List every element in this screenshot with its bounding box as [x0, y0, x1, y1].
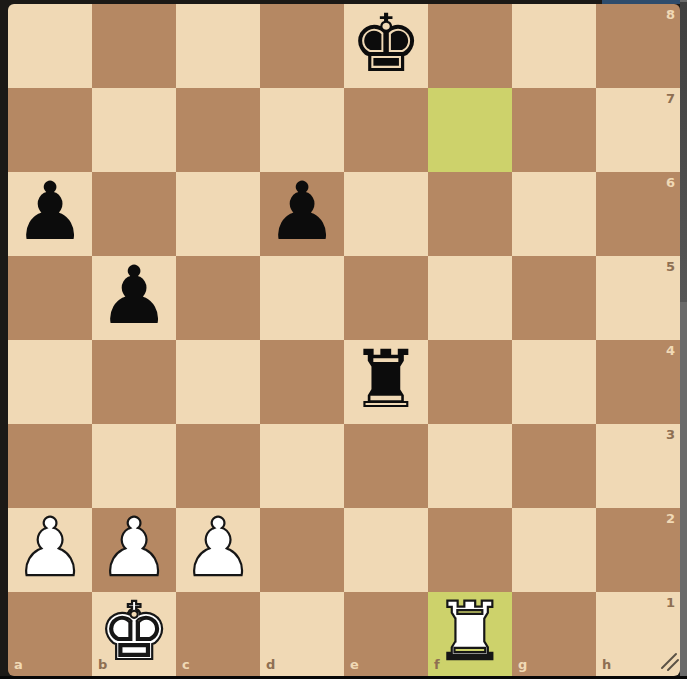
square-e6[interactable] — [344, 172, 428, 256]
square-a1[interactable] — [8, 592, 92, 676]
square-b4[interactable] — [92, 340, 176, 424]
square-h5[interactable] — [596, 256, 680, 340]
square-b2[interactable]: ♟ — [92, 508, 176, 592]
square-a8[interactable] — [8, 4, 92, 88]
square-e8[interactable]: ♚ — [344, 4, 428, 88]
chess-board: ♚♟♟♟♜♟♟♟♚♜87654321abcdefgh — [8, 4, 680, 676]
square-e2[interactable] — [344, 508, 428, 592]
square-e4[interactable]: ♜ — [344, 340, 428, 424]
square-d8[interactable] — [260, 4, 344, 88]
square-f1[interactable]: ♜ — [428, 592, 512, 676]
square-f2[interactable] — [428, 508, 512, 592]
square-d4[interactable] — [260, 340, 344, 424]
square-h8[interactable] — [596, 4, 680, 88]
square-h4[interactable] — [596, 340, 680, 424]
piece-white-rook[interactable]: ♜ — [434, 590, 506, 674]
square-c3[interactable] — [176, 424, 260, 508]
square-h2[interactable] — [596, 508, 680, 592]
square-h3[interactable] — [596, 424, 680, 508]
piece-white-pawn[interactable]: ♟ — [182, 506, 254, 590]
scrollbar-thumb[interactable] — [680, 2, 687, 302]
square-f7[interactable] — [428, 88, 512, 172]
square-g7[interactable] — [512, 88, 596, 172]
square-f4[interactable] — [428, 340, 512, 424]
square-f6[interactable] — [428, 172, 512, 256]
square-f3[interactable] — [428, 424, 512, 508]
page: ♚♟♟♟♜♟♟♟♚♜87654321abcdefgh — [0, 0, 687, 679]
square-f8[interactable] — [428, 4, 512, 88]
piece-black-pawn[interactable]: ♟ — [14, 170, 86, 254]
square-g5[interactable] — [512, 256, 596, 340]
square-b3[interactable] — [92, 424, 176, 508]
square-c6[interactable] — [176, 172, 260, 256]
piece-black-rook[interactable]: ♜ — [350, 338, 422, 422]
square-c7[interactable] — [176, 88, 260, 172]
square-g1[interactable] — [512, 592, 596, 676]
square-h7[interactable] — [596, 88, 680, 172]
square-b1[interactable]: ♚ — [92, 592, 176, 676]
piece-white-king[interactable]: ♚ — [98, 590, 170, 674]
square-a5[interactable] — [8, 256, 92, 340]
square-g8[interactable] — [512, 4, 596, 88]
square-a3[interactable] — [8, 424, 92, 508]
square-b7[interactable] — [92, 88, 176, 172]
square-d5[interactable] — [260, 256, 344, 340]
square-c5[interactable] — [176, 256, 260, 340]
square-a2[interactable]: ♟ — [8, 508, 92, 592]
square-e5[interactable] — [344, 256, 428, 340]
square-d1[interactable] — [260, 592, 344, 676]
square-d3[interactable] — [260, 424, 344, 508]
square-g2[interactable] — [512, 508, 596, 592]
square-f5[interactable] — [428, 256, 512, 340]
square-c4[interactable] — [176, 340, 260, 424]
square-b5[interactable]: ♟ — [92, 256, 176, 340]
square-c8[interactable] — [176, 4, 260, 88]
piece-white-pawn[interactable]: ♟ — [98, 506, 170, 590]
piece-black-pawn[interactable]: ♟ — [266, 170, 338, 254]
square-h6[interactable] — [596, 172, 680, 256]
piece-white-pawn[interactable]: ♟ — [14, 506, 86, 590]
board-resize-handle[interactable] — [658, 650, 682, 674]
square-d6[interactable]: ♟ — [260, 172, 344, 256]
square-b6[interactable] — [92, 172, 176, 256]
square-b8[interactable] — [92, 4, 176, 88]
piece-black-king[interactable]: ♚ — [350, 4, 422, 86]
square-a7[interactable] — [8, 88, 92, 172]
square-e7[interactable] — [344, 88, 428, 172]
piece-black-pawn[interactable]: ♟ — [98, 254, 170, 338]
square-g6[interactable] — [512, 172, 596, 256]
square-c2[interactable]: ♟ — [176, 508, 260, 592]
square-a4[interactable] — [8, 340, 92, 424]
square-c1[interactable] — [176, 592, 260, 676]
square-e1[interactable] — [344, 592, 428, 676]
square-d7[interactable] — [260, 88, 344, 172]
square-g4[interactable] — [512, 340, 596, 424]
square-d2[interactable] — [260, 508, 344, 592]
vertical-scrollbar[interactable] — [680, 0, 687, 676]
square-e3[interactable] — [344, 424, 428, 508]
square-a6[interactable]: ♟ — [8, 172, 92, 256]
square-g3[interactable] — [512, 424, 596, 508]
